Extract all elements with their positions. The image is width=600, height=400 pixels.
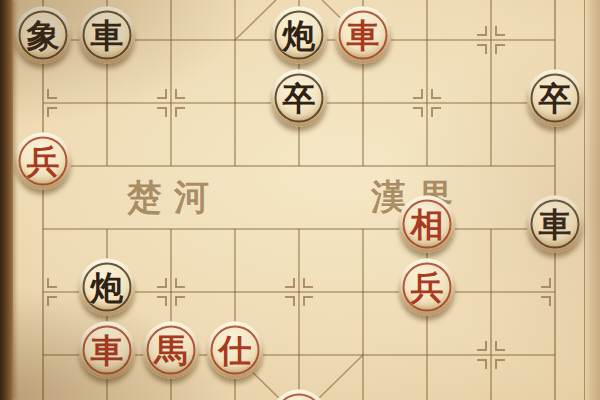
board-edge-right: [584, 0, 600, 400]
piece-black-chariot-a[interactable]: 車: [79, 7, 136, 64]
piece-glyph: 馬: [143, 322, 200, 379]
piece-red-soldier-b[interactable]: 兵: [399, 259, 456, 316]
piece-ring: [339, 11, 388, 60]
piece-ring: [83, 263, 132, 312]
piece-glyph: 象: [15, 7, 72, 64]
piece-ring: [19, 137, 68, 186]
xiangqi-board: 楚河 漢界 象車炮車卒卒兵相車炮兵車馬仕帥: [0, 0, 600, 400]
piece-glyph: 兵: [15, 133, 72, 190]
piece-glyph: 炮: [79, 259, 136, 316]
piece-ring: [147, 326, 196, 375]
piece-ring: [403, 200, 452, 249]
piece-red-chariot-a[interactable]: 車: [335, 7, 392, 64]
piece-ring: [403, 263, 452, 312]
piece-glyph: 兵: [399, 259, 456, 316]
piece-glyph: 車: [79, 7, 136, 64]
piece-ring: [83, 11, 132, 60]
piece-ring: [531, 200, 580, 249]
piece-black-soldier-b[interactable]: 卒: [527, 70, 584, 127]
piece-red-chariot-b[interactable]: 車: [79, 322, 136, 379]
piece-black-cannon-b[interactable]: 炮: [79, 259, 136, 316]
piece-red-horse[interactable]: 馬: [143, 322, 200, 379]
piece-ring: [211, 326, 260, 375]
river-label-left: 楚河: [127, 174, 221, 221]
piece-black-cannon-a[interactable]: 炮: [271, 7, 328, 64]
piece-ring: [83, 326, 132, 375]
piece-glyph: 車: [335, 7, 392, 64]
piece-black-chariot-b[interactable]: 車: [527, 196, 584, 253]
piece-red-soldier-a[interactable]: 兵: [15, 133, 72, 190]
piece-black-elephant[interactable]: 象: [15, 7, 72, 64]
piece-glyph: 車: [79, 322, 136, 379]
piece-glyph: 炮: [271, 7, 328, 64]
board-frame-left: [0, 0, 13, 400]
piece-red-elephant[interactable]: 相: [399, 196, 456, 253]
piece-glyph: 卒: [527, 70, 584, 127]
piece-ring: [275, 74, 324, 123]
piece-ring: [19, 11, 68, 60]
piece-ring: [275, 11, 324, 60]
piece-black-soldier-a[interactable]: 卒: [271, 70, 328, 127]
piece-glyph: 車: [527, 196, 584, 253]
piece-glyph: 相: [399, 196, 456, 253]
piece-ring: [275, 394, 324, 400]
piece-glyph: 卒: [271, 70, 328, 127]
piece-red-advisor[interactable]: 仕: [207, 322, 264, 379]
piece-ring: [531, 74, 580, 123]
piece-glyph: 仕: [207, 322, 264, 379]
